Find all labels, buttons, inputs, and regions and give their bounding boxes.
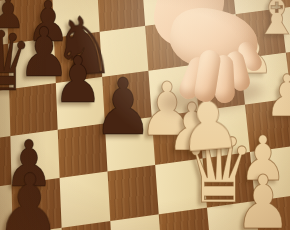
piece-white-pawn: ♟ bbox=[265, 67, 290, 125]
piece-black-pawn: ♟ bbox=[0, 161, 64, 230]
board-square bbox=[108, 165, 159, 221]
chess-photo: ♟♟♛♟♞♟♟♟♟♝♟♟♟♟♟♛♟♟ bbox=[0, 0, 290, 230]
piece-white-pawn: ♟ bbox=[234, 165, 290, 230]
piece-black-queen: ♛ bbox=[0, 21, 33, 103]
board-square bbox=[60, 171, 111, 227]
